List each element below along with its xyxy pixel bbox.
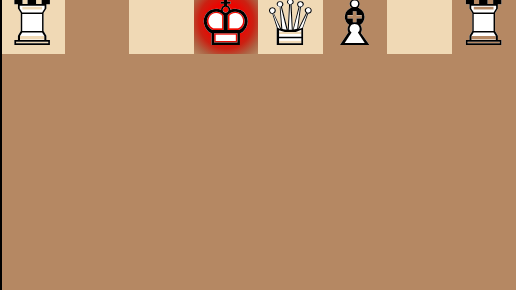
- white-rook-outline: ♖: [456, 0, 512, 55]
- square-e1[interactable]: ♚♔: [194, 0, 259, 54]
- square-f1[interactable]: [129, 0, 194, 54]
- white-king-outline: ♔: [198, 0, 254, 55]
- chessboard[interactable]: ♜♖♚♔♛♕♝♗♜♖1: [0, 0, 516, 54]
- square-g1[interactable]: [65, 0, 130, 54]
- left-edge-bar: [0, 0, 2, 290]
- piece-white-bishop-c1[interactable]: ♝♗: [327, 0, 383, 55]
- piece-white-king-e1[interactable]: ♚♔: [198, 0, 254, 55]
- square-c1[interactable]: ♝♗: [323, 0, 388, 54]
- square-a1[interactable]: ♜♖1: [452, 0, 516, 54]
- square-d1[interactable]: ♛♕: [258, 0, 323, 54]
- piece-white-rook-h1[interactable]: ♜♖: [4, 0, 60, 55]
- square-b1[interactable]: [387, 0, 452, 54]
- white-bishop-outline: ♗: [327, 0, 383, 55]
- white-rook-outline: ♖: [4, 0, 60, 55]
- piece-white-rook-a1[interactable]: ♜♖: [456, 0, 512, 55]
- square-h1[interactable]: ♜♖: [0, 0, 65, 54]
- rank-label-1: 1: [504, 0, 512, 1]
- white-queen-outline: ♕: [262, 0, 318, 55]
- piece-white-queen-d1[interactable]: ♛♕: [262, 0, 318, 55]
- chessboard-viewport: ♜♖♚♔♛♕♝♗♜♖1: [0, 0, 516, 290]
